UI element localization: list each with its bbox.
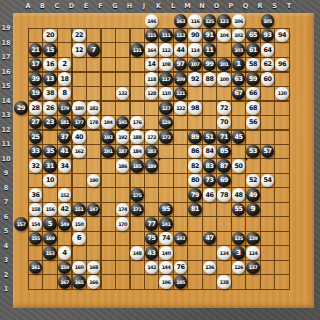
black-stone-57-S10[interactable]: 57 [261, 145, 275, 159]
row-label-9: 9 [1, 169, 11, 177]
white-stone-172-K11[interactable]: 172 [145, 130, 159, 144]
black-stone-89-N11[interactable]: 89 [188, 130, 202, 144]
black-stone-161-B2[interactable]: 161 [29, 261, 43, 275]
white-stone-182-F13[interactable]: 182 [87, 101, 101, 115]
column-label-N: N [199, 2, 204, 10]
white-stone-104-P18[interactable]: 104 [217, 29, 231, 43]
white-stone-176-J12[interactable]: 176 [130, 116, 144, 130]
white-stone-96-T16[interactable]: 96 [275, 58, 289, 72]
column-label-S: S [272, 2, 277, 10]
white-stone-22-E18[interactable]: 22 [72, 29, 86, 43]
black-stone-85-P10[interactable]: 85 [217, 145, 231, 159]
go-kifu-screenshot: 1461631161251231061052022115111113909110… [0, 0, 320, 320]
white-stone-98-N13[interactable]: 98 [188, 101, 202, 115]
white-stone-80-N8[interactable]: 80 [188, 174, 202, 188]
row-label-5: 5 [1, 227, 11, 235]
row-label-6: 6 [1, 213, 11, 221]
white-stone-44-M17[interactable]: 44 [174, 43, 188, 57]
white-stone-42-D6[interactable]: 42 [58, 203, 72, 217]
white-stone-108-L16[interactable]: 108 [159, 58, 173, 72]
black-stone-99-O16[interactable]: 99 [203, 58, 217, 72]
white-stone-132-H14[interactable]: 132 [116, 87, 130, 101]
white-stone-144-L2[interactable]: 144 [159, 261, 173, 275]
white-stone-36-B7[interactable]: 36 [29, 188, 43, 202]
white-stone-20-C18[interactable]: 20 [43, 29, 57, 43]
row-label-15: 15 [1, 82, 11, 90]
black-stone-59-R15[interactable]: 59 [246, 72, 260, 86]
white-stone-76-M2[interactable]: 76 [174, 261, 188, 275]
black-stone-9-R6[interactable]: 9 [246, 203, 260, 217]
black-stone-109-M15[interactable]: 109 [174, 72, 188, 86]
row-label-8: 8 [1, 184, 11, 192]
black-stone-73-O8[interactable]: 73 [203, 174, 217, 188]
black-stone-131-J17[interactable]: 131 [130, 43, 144, 57]
white-stone-168-F2[interactable]: 168 [87, 261, 101, 275]
column-label-M: M [184, 2, 190, 10]
black-stone-107-N16[interactable]: 107 [188, 58, 202, 72]
white-stone-52-R8[interactable]: 52 [246, 174, 260, 188]
black-stone-11-O17[interactable]: 11 [203, 43, 217, 57]
black-stone-155-B4[interactable]: 155 [29, 232, 43, 246]
white-stone-102-Q18[interactable]: 102 [232, 29, 246, 43]
white-stone-128-K14[interactable]: 128 [145, 87, 159, 101]
black-stone-97-M16[interactable]: 97 [174, 58, 188, 72]
white-stone-152-D7[interactable]: 152 [58, 188, 72, 202]
white-stone-2-D16[interactable]: 2 [58, 58, 72, 72]
black-stone-83-O9[interactable]: 83 [203, 159, 217, 173]
white-stone-86-N10[interactable]: 86 [188, 145, 202, 159]
white-stone-16-C16[interactable]: 16 [43, 58, 57, 72]
black-stone-3-Q3[interactable]: 3 [232, 246, 246, 260]
black-stone-77-K5[interactable]: 77 [145, 217, 159, 231]
black-stone-67-Q14[interactable]: 67 [232, 87, 246, 101]
row-label-10: 10 [1, 155, 11, 163]
row-label-14: 14 [1, 97, 11, 105]
white-stone-134-P3[interactable]: 134 [217, 246, 231, 260]
white-stone-46-O7[interactable]: 46 [203, 188, 217, 202]
white-stone-66-R14[interactable]: 66 [246, 87, 260, 101]
black-stone-93-S18[interactable]: 93 [261, 29, 275, 43]
white-stone-50-Q9[interactable]: 50 [232, 159, 246, 173]
black-stone-179-D13[interactable]: 179 [58, 101, 72, 115]
white-stone-166-F1[interactable]: 166 [87, 275, 101, 289]
black-stone-103-Q17[interactable]: 103 [232, 43, 246, 57]
black-stone-167-D1[interactable]: 167 [58, 275, 72, 289]
white-stone-122-M13[interactable]: 122 [174, 101, 188, 115]
black-stone-147-F6[interactable]: 147 [87, 203, 101, 217]
black-stone-75-K4[interactable]: 75 [145, 232, 159, 246]
column-label-R: R [257, 2, 262, 10]
black-stone-121-M14[interactable]: 121 [174, 87, 188, 101]
column-label-C: C [55, 2, 60, 10]
black-stone-137-R2[interactable]: 137 [246, 261, 260, 275]
column-label-J: J [143, 2, 145, 10]
black-stone-37-D11[interactable]: 37 [58, 130, 72, 144]
row-label-12: 12 [1, 126, 11, 134]
black-stone-65-R18[interactable]: 65 [246, 29, 260, 43]
white-stone-140-L3[interactable]: 140 [159, 246, 173, 260]
white-stone-54-S8[interactable]: 54 [261, 174, 275, 188]
black-stone-143-M4[interactable]: 143 [174, 232, 188, 246]
column-label-H: H [127, 2, 132, 10]
black-stone-15-C17[interactable]: 15 [43, 43, 57, 57]
black-stone-145-H12[interactable]: 145 [116, 116, 130, 130]
black-stone-79-N7[interactable]: 79 [188, 188, 202, 202]
black-stone-181-D12[interactable]: 181 [58, 116, 72, 130]
black-stone-17-B16[interactable]: 17 [29, 58, 43, 72]
white-stone-70-P12[interactable]: 70 [217, 116, 231, 130]
white-stone-26-C13[interactable]: 26 [43, 101, 57, 115]
black-stone-171-J6[interactable]: 171 [130, 203, 144, 217]
column-label-A: A [25, 2, 30, 10]
black-stone-163-M19[interactable]: 163 [174, 14, 188, 28]
white-stone-156-C6[interactable]: 156 [43, 203, 57, 217]
white-stone-72-P13[interactable]: 72 [217, 101, 231, 115]
column-label-F: F [98, 2, 102, 10]
white-stone-116-N19[interactable]: 116 [188, 14, 202, 28]
black-stone-53-R10[interactable]: 53 [246, 145, 260, 159]
black-stone-47-O4[interactable]: 47 [203, 232, 217, 246]
black-stone-193-G11[interactable]: 193 [101, 130, 115, 144]
black-stone-149-D5[interactable]: 149 [58, 217, 72, 231]
white-stone-194-G12[interactable]: 194 [101, 116, 115, 130]
white-stone-160-E2[interactable]: 160 [72, 261, 86, 275]
white-stone-190-F8[interactable]: 190 [87, 174, 101, 188]
white-stone-100-P15[interactable]: 100 [217, 72, 231, 86]
white-stone-196-L1[interactable]: 196 [159, 275, 173, 289]
black-stone-71-P11[interactable]: 71 [217, 130, 231, 144]
black-stone-105-S19[interactable]: 105 [261, 14, 275, 28]
white-stone-146-K19[interactable]: 146 [145, 14, 159, 28]
black-stone-177-E12[interactable]: 177 [72, 116, 86, 130]
white-stone-180-E13[interactable]: 180 [72, 101, 86, 115]
white-stone-48-Q7[interactable]: 48 [232, 188, 246, 202]
white-stone-170-H5[interactable]: 170 [116, 217, 130, 231]
black-stone-21-B17[interactable]: 21 [29, 43, 43, 57]
black-stone-169-C4[interactable]: 169 [43, 232, 57, 246]
white-stone-148-J3[interactable]: 148 [130, 246, 144, 260]
black-stone-31-C9[interactable]: 31 [43, 159, 57, 173]
black-stone-139-R4[interactable]: 139 [246, 232, 260, 246]
black-stone-175-J7[interactable]: 175 [130, 188, 144, 202]
white-stone-192-H11[interactable]: 192 [116, 130, 130, 144]
white-stone-138-P1[interactable]: 138 [217, 275, 231, 289]
white-stone-142-K2[interactable]: 142 [145, 261, 159, 275]
black-stone-125-O19[interactable]: 125 [203, 14, 217, 28]
white-stone-4-D3[interactable]: 4 [58, 246, 72, 260]
row-label-1: 1 [1, 285, 11, 293]
black-stone-141-L5[interactable]: 141 [159, 217, 173, 231]
black-stone-45-Q11[interactable]: 45 [232, 130, 246, 144]
column-label-G: G [112, 2, 117, 10]
black-stone-55-Q6[interactable]: 55 [232, 203, 246, 217]
black-stone-153-C3[interactable]: 153 [43, 246, 57, 260]
black-stone-7-F17[interactable]: 7 [87, 43, 101, 57]
white-stone-34-D9[interactable]: 34 [58, 159, 72, 173]
row-label-4: 4 [1, 242, 11, 250]
white-stone-110-L14[interactable]: 110 [159, 87, 173, 101]
white-stone-124-R3[interactable]: 124 [246, 246, 260, 260]
row-label-16: 16 [1, 68, 11, 76]
black-stone-87-P9[interactable]: 87 [217, 159, 231, 173]
black-stone-33-B10[interactable]: 33 [29, 145, 43, 159]
black-stone-29-A13[interactable]: 29 [14, 101, 28, 115]
white-stone-174-H6[interactable]: 174 [116, 203, 130, 217]
white-stone-150-E5[interactable]: 150 [72, 217, 86, 231]
black-stone-115-K18[interactable]: 115 [145, 29, 159, 43]
white-stone-114-N17[interactable]: 114 [188, 43, 202, 57]
white-stone-56-R12[interactable]: 56 [246, 116, 260, 130]
black-stone-101-P16[interactable]: 101 [217, 58, 231, 72]
row-label-13: 13 [1, 111, 11, 119]
black-stone-35-C10[interactable]: 35 [43, 145, 57, 159]
row-label-3: 3 [1, 256, 11, 264]
white-stone-6-E4[interactable]: 6 [72, 232, 86, 246]
black-stone-187-H10[interactable]: 187 [116, 145, 130, 159]
black-stone-69-P8[interactable]: 69 [217, 174, 231, 188]
white-stone-154-B5[interactable]: 154 [29, 217, 43, 231]
row-label-7: 7 [1, 198, 11, 206]
black-stone-95-L6[interactable]: 95 [159, 203, 173, 217]
white-stone-58-R16[interactable]: 58 [246, 58, 260, 72]
black-stone-39-B15[interactable]: 39 [29, 72, 43, 86]
black-stone-81-N6[interactable]: 81 [188, 203, 202, 217]
white-stone-164-K17[interactable]: 164 [145, 43, 159, 57]
black-stone-113-M18[interactable]: 113 [174, 29, 188, 43]
black-stone-183-K10[interactable]: 183 [145, 145, 159, 159]
black-stone-27-B12[interactable]: 27 [29, 116, 43, 130]
row-label-17: 17 [1, 53, 11, 61]
black-stone-117-L15[interactable]: 117 [159, 72, 173, 86]
black-stone-135-Q4[interactable]: 135 [232, 232, 246, 246]
white-stone-112-L17[interactable]: 112 [159, 43, 173, 57]
row-label-2: 2 [1, 271, 11, 279]
go-board[interactable]: 1461631161251231061052022115111113909110… [13, 13, 314, 308]
white-stone-158-B6[interactable]: 158 [29, 203, 43, 217]
column-label-P: P [229, 2, 234, 10]
black-stone-195-M1[interactable]: 195 [174, 275, 188, 289]
black-stone-43-K3[interactable]: 43 [145, 246, 159, 260]
white-stone-88-O15[interactable]: 88 [203, 72, 217, 86]
column-label-T: T [287, 2, 291, 10]
white-stone-186-H9[interactable]: 186 [116, 159, 130, 173]
black-stone-19-B14[interactable]: 19 [29, 87, 43, 101]
black-stone-159-D2[interactable]: 159 [58, 261, 72, 275]
white-stone-10-C8[interactable]: 10 [43, 174, 57, 188]
white-stone-94-T18[interactable]: 94 [275, 29, 289, 43]
white-stone-62-S16[interactable]: 62 [261, 58, 275, 72]
black-stone-165-E1[interactable]: 165 [72, 275, 86, 289]
black-stone-91-O18[interactable]: 91 [203, 29, 217, 43]
white-stone-90-N18[interactable]: 90 [188, 29, 202, 43]
column-label-B: B [40, 2, 45, 10]
white-stone-60-S15[interactable]: 60 [261, 72, 275, 86]
white-stone-74-L4[interactable]: 74 [159, 232, 173, 246]
black-stone-151-E6[interactable]: 151 [72, 203, 86, 217]
black-stone-51-O11[interactable]: 51 [203, 130, 217, 144]
stones-layer: 1461631161251231061052022115111113909110… [14, 14, 290, 290]
white-stone-14-K16[interactable]: 14 [145, 58, 159, 72]
white-stone-68-R13[interactable]: 68 [246, 101, 260, 115]
black-stone-129-L12[interactable]: 129 [159, 116, 173, 130]
column-label-L: L [171, 2, 175, 10]
black-stone-23-C12[interactable]: 23 [43, 116, 57, 130]
column-label-K: K [156, 2, 161, 10]
white-stone-92-N15[interactable]: 92 [188, 72, 202, 86]
row-label-19: 19 [1, 24, 11, 32]
row-label-11: 11 [1, 140, 11, 148]
white-stone-64-S17[interactable]: 64 [261, 43, 275, 57]
white-stone-118-K15[interactable]: 118 [145, 72, 159, 86]
row-label-18: 18 [1, 39, 11, 47]
black-stone-49-R7[interactable]: 49 [246, 188, 260, 202]
white-stone-32-B9[interactable]: 32 [29, 159, 43, 173]
white-stone-82-N9[interactable]: 82 [188, 159, 202, 173]
black-stone-157-A5[interactable]: 157 [14, 217, 28, 231]
column-label-Q: Q [243, 2, 249, 10]
white-stone-28-B13[interactable]: 28 [29, 101, 43, 115]
black-stone-13-C15[interactable]: 13 [43, 72, 57, 86]
black-stone-111-L18[interactable]: 111 [159, 29, 173, 43]
white-stone-178-F12[interactable]: 178 [87, 116, 101, 130]
white-stone-38-C14[interactable]: 38 [43, 87, 57, 101]
white-stone-106-Q19[interactable]: 106 [232, 14, 246, 28]
white-stone-12-E17[interactable]: 12 [72, 43, 86, 57]
black-stone-61-R17[interactable]: 61 [246, 43, 260, 57]
black-stone-191-G10[interactable]: 191 [101, 145, 115, 159]
white-stone-136-O2[interactable]: 136 [203, 261, 217, 275]
black-stone-173-L11[interactable]: 173 [159, 130, 173, 144]
black-stone-127-L13[interactable]: 127 [159, 101, 173, 115]
white-stone-78-P7[interactable]: 78 [217, 188, 231, 202]
white-stone-40-E11[interactable]: 40 [72, 130, 86, 144]
black-stone-41-D10[interactable]: 41 [58, 145, 72, 159]
white-stone-126-Q2[interactable]: 126 [232, 261, 246, 275]
black-stone-189-K9[interactable]: 189 [145, 159, 159, 173]
black-stone-185-J9[interactable]: 185 [130, 159, 144, 173]
column-label-D: D [69, 2, 74, 10]
white-stone-184-J10[interactable]: 184 [130, 145, 144, 159]
black-stone-5-C5[interactable]: 5 [43, 217, 57, 231]
black-stone-123-P19[interactable]: 123 [217, 14, 231, 28]
black-stone-63-Q15[interactable]: 63 [232, 72, 246, 86]
white-stone-188-J11[interactable]: 188 [130, 130, 144, 144]
column-label-O: O [214, 2, 220, 10]
white-stone-8-D14[interactable]: 8 [58, 87, 72, 101]
column-label-E: E [84, 2, 88, 10]
white-stone-84-O10[interactable]: 84 [203, 145, 217, 159]
white-stone-130-T14[interactable]: 130 [275, 87, 289, 101]
white-stone-162-E10[interactable]: 162 [72, 145, 86, 159]
white-stone-18-D15[interactable]: 18 [58, 72, 72, 86]
black-stone-25-B11[interactable]: 25 [29, 130, 43, 144]
black-stone-1-Q16[interactable]: 1 [232, 58, 246, 72]
